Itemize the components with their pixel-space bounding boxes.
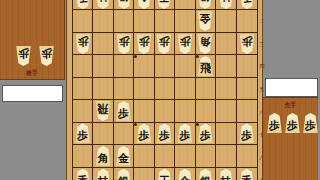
square-84[interactable]	[93, 55, 113, 77]
square-53[interactable]: 歩	[155, 33, 175, 55]
sente-piece-玉: 玉	[156, 169, 173, 180]
square-81[interactable]: 桂	[93, 0, 113, 10]
gote-hand-piece-歩[interactable]: 歩	[38, 46, 55, 66]
square-61[interactable]: 金	[134, 0, 154, 10]
sente-piece-銀: 銀	[197, 169, 214, 180]
square-83[interactable]	[93, 33, 113, 55]
sente-piece-歩: 歩	[136, 123, 153, 143]
rank-label-1: 一	[259, 0, 262, 1]
sente-hand-piece-歩[interactable]: 歩	[266, 113, 283, 133]
square-48[interactable]	[175, 145, 195, 167]
square-94[interactable]	[73, 55, 93, 77]
square-15[interactable]	[237, 78, 257, 100]
sente-piece-歩: 歩	[115, 101, 132, 121]
sente-piece-歩: 歩	[197, 123, 214, 143]
square-82[interactable]	[93, 10, 113, 32]
sente-hand-piece-歩[interactable]: 歩	[284, 113, 301, 133]
piece-glyph: 歩	[41, 47, 52, 60]
square-44[interactable]	[175, 55, 195, 77]
rank-label-3: 三	[259, 41, 262, 46]
piece-glyph: 金	[118, 152, 129, 165]
square-98[interactable]	[73, 145, 93, 167]
square-67[interactable]: 歩	[134, 123, 154, 145]
piece-glyph: 歩	[77, 35, 88, 48]
square-65[interactable]	[134, 78, 154, 100]
sente-piece-桂: 桂	[95, 169, 112, 180]
square-42[interactable]	[175, 10, 195, 32]
square-19[interactable]: 香	[237, 168, 257, 180]
square-63[interactable]: 歩	[134, 33, 154, 55]
square-26[interactable]	[216, 100, 236, 122]
square-72[interactable]	[114, 10, 134, 32]
gote-piece-歩: 歩	[136, 34, 153, 54]
square-14[interactable]	[237, 55, 257, 77]
square-51[interactable]: 玉	[155, 0, 175, 10]
square-31[interactable]: 銀	[196, 0, 216, 10]
gote-piece-香: 香	[74, 0, 91, 9]
hoshi-dot	[134, 123, 137, 126]
square-33[interactable]: 角	[196, 33, 216, 55]
piece-glyph: 歩	[241, 129, 252, 142]
rank-label-5: 五	[259, 87, 262, 92]
square-69[interactable]	[134, 168, 154, 180]
sente-piece-角: 角	[95, 146, 112, 166]
piece-glyph: 金	[200, 12, 211, 25]
square-86[interactable]: 飛	[93, 100, 113, 122]
piece-glyph: 桂	[98, 175, 109, 180]
hoshi-dot	[134, 55, 137, 58]
square-78[interactable]: 金	[114, 145, 134, 167]
sente-piece-歩: 歩	[156, 123, 173, 143]
gote-piece-桂: 桂	[95, 0, 112, 9]
square-87[interactable]	[93, 123, 113, 145]
sente-piece-歩: 歩	[176, 123, 193, 143]
gote-piece-玉: 玉	[156, 0, 173, 9]
shogi-app: 歩歩 後手 香桂銀金玉銀桂香金歩歩歩歩歩角歩飛飛歩歩歩歩歩歩歩角金香桂銀玉金銀桂…	[0, 0, 320, 180]
gote-piece-角: 角	[197, 34, 214, 54]
square-56[interactable]	[155, 100, 175, 122]
piece-glyph: 歩	[77, 129, 88, 142]
gote-info-box	[2, 85, 63, 102]
square-27[interactable]	[216, 123, 236, 145]
piece-glyph: 歩	[241, 35, 252, 48]
square-24[interactable]	[216, 55, 236, 77]
piece-glyph: 玉	[159, 175, 170, 180]
square-64[interactable]	[134, 55, 154, 77]
square-59[interactable]: 玉	[155, 168, 175, 180]
piece-glyph: 玉	[159, 0, 170, 3]
sente-piece-香: 香	[74, 169, 91, 180]
gote-piece-金: 金	[136, 0, 153, 9]
square-49[interactable]: 金	[175, 168, 195, 180]
square-73[interactable]: 歩	[114, 33, 134, 55]
gote-piece-歩: 歩	[238, 34, 255, 54]
sente-piece-飛: 飛	[197, 56, 214, 76]
piece-glyph: 銀	[118, 0, 129, 3]
rank-label-4: 四	[259, 64, 262, 69]
square-55[interactable]	[155, 78, 175, 100]
piece-glyph: 歩	[118, 35, 129, 48]
piece-glyph: 香	[77, 175, 88, 180]
square-21[interactable]: 桂	[216, 0, 236, 10]
square-77[interactable]	[114, 123, 134, 145]
square-23[interactable]	[216, 33, 236, 55]
square-47[interactable]: 歩	[175, 123, 195, 145]
piece-glyph: 金	[139, 0, 150, 3]
square-85[interactable]	[93, 78, 113, 100]
rank-label-2: 二	[259, 19, 262, 24]
square-93[interactable]: 歩	[73, 33, 93, 55]
square-37[interactable]: 歩	[196, 123, 216, 145]
sente-hand-piece-歩[interactable]: 歩	[302, 113, 319, 133]
sente-piece-金: 金	[176, 169, 193, 180]
piece-glyph: 銀	[200, 0, 211, 3]
sente-piece-桂: 桂	[217, 169, 234, 180]
square-28[interactable]	[216, 145, 236, 167]
square-45[interactable]	[175, 78, 195, 100]
square-89[interactable]: 桂	[93, 168, 113, 180]
sente-piece-歩: 歩	[74, 123, 91, 143]
square-13[interactable]: 歩	[237, 33, 257, 55]
square-88[interactable]: 角	[93, 145, 113, 167]
gote-piece-銀: 銀	[197, 0, 214, 9]
piece-glyph: 香	[77, 0, 88, 3]
square-34[interactable]: 飛	[196, 55, 216, 77]
square-79[interactable]: 銀	[114, 168, 134, 180]
hoshi-dot	[196, 123, 199, 126]
hoshi-dot	[196, 55, 199, 58]
square-22[interactable]	[216, 10, 236, 32]
square-12[interactable]	[237, 10, 257, 32]
square-62[interactable]	[134, 10, 154, 32]
square-35[interactable]	[196, 78, 216, 100]
square-39[interactable]: 銀	[196, 168, 216, 180]
square-68[interactable]	[134, 145, 154, 167]
square-11[interactable]: 香	[237, 0, 257, 10]
square-32[interactable]: 金	[196, 10, 216, 32]
sente-piece-銀: 銀	[115, 169, 132, 180]
piece-glyph: 香	[241, 0, 252, 3]
square-52[interactable]	[155, 10, 175, 32]
gote-piece-飛: 飛	[95, 101, 112, 121]
square-66[interactable]	[134, 100, 154, 122]
piece-glyph: 角	[98, 152, 109, 165]
sente-piece-stand: 先手 歩歩歩	[262, 97, 318, 180]
square-99[interactable]: 香	[73, 168, 93, 180]
gote-piece-香: 香	[238, 0, 255, 9]
piece-glyph: 桂	[220, 175, 231, 180]
gote-piece-歩: 歩	[156, 34, 173, 54]
piece-glyph: 歩	[179, 129, 190, 142]
piece-glyph: 桂	[220, 0, 231, 3]
sente-label: 先手	[272, 102, 308, 107]
square-36[interactable]	[196, 100, 216, 122]
gote-hand-piece-歩[interactable]: 歩	[15, 46, 32, 66]
piece-glyph: 歩	[118, 107, 129, 120]
piece-glyph: 歩	[200, 129, 211, 142]
piece-glyph: 銀	[200, 175, 211, 180]
square-18[interactable]	[237, 145, 257, 167]
piece-glyph: 歩	[18, 47, 29, 60]
sente-info-box	[265, 78, 318, 97]
sente-piece-歩: 歩	[238, 123, 255, 143]
gote-piece-歩: 歩	[74, 34, 91, 54]
piece-glyph: 金	[179, 175, 190, 180]
square-38[interactable]	[196, 145, 216, 167]
square-46[interactable]	[175, 100, 195, 122]
square-71[interactable]: 銀	[114, 0, 134, 10]
square-41[interactable]	[175, 0, 195, 10]
square-16[interactable]	[237, 100, 257, 122]
piece-glyph: 角	[200, 35, 211, 48]
square-74[interactable]	[114, 55, 134, 77]
piece-glyph: 歩	[139, 129, 150, 142]
square-75[interactable]	[114, 78, 134, 100]
square-76[interactable]: 歩	[114, 100, 134, 122]
piece-glyph: 歩	[139, 35, 150, 48]
gote-piece-桂: 桂	[217, 0, 234, 9]
sente-piece-金: 金	[115, 146, 132, 166]
gote-piece-銀: 銀	[115, 0, 132, 9]
gote-label: 後手	[11, 70, 53, 75]
square-17[interactable]: 歩	[237, 123, 257, 145]
square-95[interactable]	[73, 78, 93, 100]
piece-glyph: 歩	[305, 119, 316, 132]
piece-glyph: 桂	[98, 0, 109, 3]
square-25[interactable]	[216, 78, 236, 100]
shogi-board: 香桂銀金玉銀桂香金歩歩歩歩歩角歩飛飛歩歩歩歩歩歩歩角金香桂銀玉金銀桂香	[72, 0, 258, 180]
square-97[interactable]: 歩	[73, 123, 93, 145]
square-58[interactable]	[155, 145, 175, 167]
piece-glyph: 香	[241, 175, 252, 180]
board-panel: 香桂銀金玉銀桂香金歩歩歩歩歩角歩飛飛歩歩歩歩歩歩歩角金香桂銀玉金銀桂香 一二三四…	[66, 0, 263, 180]
piece-glyph: 飛	[98, 102, 109, 115]
gote-piece-金: 金	[197, 11, 214, 31]
square-91[interactable]: 香	[73, 0, 93, 10]
piece-glyph: 歩	[159, 129, 170, 142]
gote-piece-歩: 歩	[176, 34, 193, 54]
square-43[interactable]: 歩	[175, 33, 195, 55]
piece-glyph: 銀	[118, 175, 129, 180]
piece-glyph: 歩	[159, 35, 170, 48]
piece-glyph: 歩	[287, 119, 298, 132]
gote-piece-歩: 歩	[115, 34, 132, 54]
sente-piece-香: 香	[238, 169, 255, 180]
piece-glyph: 歩	[269, 119, 280, 132]
square-92[interactable]	[73, 10, 93, 32]
piece-glyph: 飛	[200, 62, 211, 75]
piece-glyph: 歩	[179, 35, 190, 48]
gote-piece-stand: 歩歩 後手	[0, 0, 65, 80]
square-29[interactable]: 桂	[216, 168, 236, 180]
square-96[interactable]	[73, 100, 93, 122]
square-54[interactable]	[155, 55, 175, 77]
square-57[interactable]: 歩	[155, 123, 175, 145]
